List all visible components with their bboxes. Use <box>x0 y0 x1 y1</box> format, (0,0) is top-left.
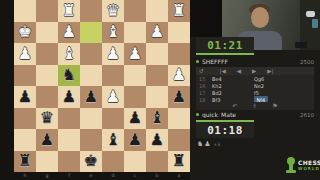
square-a2[interactable] <box>168 22 190 44</box>
square-h3[interactable]: ♟ <box>14 43 36 65</box>
square-g4[interactable] <box>36 65 58 87</box>
square-c1[interactable] <box>124 0 146 22</box>
white-piece: ♟ <box>62 24 76 40</box>
square-e7[interactable] <box>80 129 102 151</box>
chess-world-logo: CHESS WORLD <box>286 153 318 178</box>
file-label-b: b <box>146 172 168 180</box>
clock-bottom-time: 01:18 <box>207 124 243 137</box>
move-row-17: 17Bd2f5 <box>196 89 314 96</box>
white-move[interactable]: Kh2 <box>212 83 254 89</box>
square-f5[interactable]: ♟ <box>58 86 80 108</box>
white-piece: ♝ <box>62 46 76 62</box>
square-e6[interactable] <box>80 108 102 130</box>
clock-top-active-bar <box>196 53 254 55</box>
square-g3[interactable] <box>36 43 58 65</box>
square-g7[interactable]: ♟ <box>36 129 58 151</box>
logo-pawn-icon <box>286 157 296 175</box>
clock-top-time: 01:21 <box>207 39 243 52</box>
square-b4[interactable] <box>146 65 168 87</box>
square-a7[interactable] <box>168 129 190 151</box>
black-piece: ♟ <box>40 132 54 148</box>
right-panel: 01:21 SHEFFFF 2500 ↺|◀◀▶▶| 15Be4Qg616Kh2… <box>190 0 320 180</box>
captured-pieces: ♞♟+3 <box>197 140 220 148</box>
square-d1[interactable]: ♛ <box>102 0 124 22</box>
white-piece: ♜ <box>62 3 76 19</box>
flag-icon[interactable]: ⚑ <box>272 102 277 110</box>
square-c3[interactable]: ♟ <box>124 43 146 65</box>
black-piece: ♟ <box>172 89 186 105</box>
webcam-shelf-item <box>306 11 315 17</box>
left-margin <box>0 0 14 180</box>
player-name-top[interactable]: SHEFFFF <box>202 58 228 65</box>
black-piece: ♟ <box>128 132 142 148</box>
square-f2[interactable]: ♟ <box>58 22 80 44</box>
black-piece: ♟ <box>150 132 164 148</box>
square-d5[interactable]: ♟ <box>102 86 124 108</box>
takeback-icon[interactable]: ↶ <box>232 102 237 110</box>
white-piece: ♝ <box>106 24 120 40</box>
white-piece: ♚ <box>18 24 32 40</box>
square-e4[interactable] <box>80 65 102 87</box>
square-a4[interactable]: ♟ <box>168 65 190 87</box>
square-a8[interactable]: ♜ <box>168 151 190 173</box>
material-advantage: +3 <box>214 142 221 147</box>
black-move[interactable]: Qg6 <box>254 76 264 82</box>
square-b7[interactable]: ♟ <box>146 129 168 151</box>
move-row-15: 15Be4Qg6 <box>196 75 314 82</box>
chess-board[interactable]: ♜♛♜♚♟♝♟♟♝♟♟♞♟♟♟♟♟♟♛♟♝♟♝♟♟♜♚♜ <box>14 0 190 172</box>
white-piece: ♟ <box>150 24 164 40</box>
square-f8[interactable] <box>58 151 80 173</box>
captured-pawn-icon: ♟ <box>204 140 210 148</box>
last-move-icon[interactable]: ▶| <box>267 67 273 75</box>
square-b3[interactable] <box>146 43 168 65</box>
flip-board-icon[interactable]: ↺ <box>199 67 204 75</box>
webcam-overlay-badge <box>295 42 307 48</box>
square-b2[interactable]: ♟ <box>146 22 168 44</box>
square-g2[interactable] <box>36 22 58 44</box>
square-d4[interactable] <box>102 65 124 87</box>
square-h6[interactable] <box>14 108 36 130</box>
square-f4[interactable]: ♞ <box>58 65 80 87</box>
square-e5[interactable]: ♟ <box>80 86 102 108</box>
square-g6[interactable]: ♛ <box>36 108 58 130</box>
file-label-a: a <box>168 172 190 180</box>
square-d2[interactable]: ♝ <box>102 22 124 44</box>
next-move-icon[interactable]: ▶ <box>252 67 256 75</box>
square-f1[interactable]: ♜ <box>58 0 80 22</box>
square-h2[interactable]: ♚ <box>14 22 36 44</box>
square-h7[interactable] <box>14 129 36 151</box>
square-c5[interactable] <box>124 86 146 108</box>
square-f7[interactable] <box>58 129 80 151</box>
square-g1[interactable] <box>36 0 58 22</box>
black-piece: ♟ <box>128 110 142 126</box>
square-e3[interactable] <box>80 43 102 65</box>
square-f3[interactable]: ♝ <box>58 43 80 65</box>
white-piece: ♟ <box>106 46 120 62</box>
square-c7[interactable]: ♟ <box>124 129 146 151</box>
captured-knight-icon: ♞ <box>197 140 203 148</box>
square-h5[interactable]: ♟ <box>14 86 36 108</box>
black-move[interactable]: f5 <box>254 90 259 96</box>
square-e2[interactable] <box>80 22 102 44</box>
black-piece: ♟ <box>62 89 76 105</box>
square-g8[interactable] <box>36 151 58 173</box>
player-row-top: SHEFFFF 2500 <box>196 57 314 66</box>
file-label-h: h <box>14 172 36 180</box>
clock-top: 01:21 <box>196 37 254 53</box>
square-b8[interactable] <box>146 151 168 173</box>
black-piece: ♞ <box>62 67 76 83</box>
player-row-bottom: quick_Mate 2610 <box>196 110 314 119</box>
board-file-labels: hgfedcba <box>14 172 190 180</box>
stream-frame: ♜♛♜♚♟♝♟♟♝♟♟♞♟♟♟♟♟♟♛♟♝♟♝♟♟♜♚♜ hgfedcba 01… <box>0 0 320 180</box>
square-e8[interactable]: ♚ <box>80 151 102 173</box>
square-b1[interactable] <box>146 0 168 22</box>
square-b6[interactable]: ♝ <box>146 108 168 130</box>
player-rating-top: 2500 <box>300 59 314 65</box>
square-h1[interactable] <box>14 0 36 22</box>
black-move[interactable]: Ne2 <box>254 83 264 89</box>
move-list: 15Be4Qg616Kh2Ne217Bd2f518Bf3Nf4 <box>196 75 314 103</box>
webcam-shelf-item <box>312 19 318 28</box>
white-move[interactable]: Be4 <box>212 76 254 82</box>
white-move[interactable]: Bd2 <box>212 90 254 96</box>
square-a3[interactable] <box>168 43 190 65</box>
square-c6[interactable]: ♟ <box>124 108 146 130</box>
panel-top-spacer <box>190 0 222 37</box>
file-label-e: e <box>80 172 102 180</box>
square-c8[interactable] <box>124 151 146 173</box>
white-piece: ♟ <box>128 46 142 62</box>
prev-move-icon[interactable]: ◀ <box>237 67 241 75</box>
square-h8[interactable]: ♜ <box>14 151 36 173</box>
white-piece: ♟ <box>106 89 120 105</box>
clock-bottom: 01:18 <box>196 122 254 138</box>
black-piece: ♛ <box>40 110 54 126</box>
square-e1[interactable] <box>80 0 102 22</box>
square-a6[interactable] <box>168 108 190 130</box>
move-row-16: 16Kh2Ne2 <box>196 82 314 89</box>
thumbs-up-icon[interactable]: ✌ <box>252 102 257 110</box>
square-d3[interactable]: ♟ <box>102 43 124 65</box>
black-piece: ♝ <box>150 110 164 126</box>
game-action-bar: ↶✌⚑ <box>196 102 314 110</box>
square-g5[interactable] <box>36 86 58 108</box>
file-label-f: f <box>58 172 80 180</box>
white-piece: ♛ <box>106 3 120 19</box>
black-piece: ♝ <box>106 132 120 148</box>
file-label-c: c <box>124 172 146 180</box>
square-d7[interactable]: ♝ <box>102 129 124 151</box>
player-rating-bottom: 2610 <box>300 112 314 118</box>
move-number: 15 <box>196 76 212 82</box>
square-b5[interactable] <box>146 86 168 108</box>
online-dot <box>196 60 199 63</box>
player-name-bottom[interactable]: quick_Mate <box>202 111 236 118</box>
square-a1[interactable]: ♜ <box>168 0 190 22</box>
square-h4[interactable] <box>14 65 36 87</box>
square-d8[interactable] <box>102 151 124 173</box>
move-number: 16 <box>196 83 212 89</box>
white-piece: ♟ <box>18 46 32 62</box>
white-piece: ♜ <box>172 3 186 19</box>
move-number: 17 <box>196 90 212 96</box>
online-dot <box>196 113 199 116</box>
square-a5[interactable]: ♟ <box>168 86 190 108</box>
streamer-face <box>251 7 269 28</box>
black-piece: ♜ <box>172 153 186 169</box>
black-piece: ♚ <box>84 153 98 169</box>
square-d6[interactable] <box>102 108 124 130</box>
black-piece: ♜ <box>18 153 32 169</box>
black-piece: ♟ <box>84 89 98 105</box>
square-c4[interactable] <box>124 65 146 87</box>
square-f6[interactable] <box>58 108 80 130</box>
logo-text-world: WORLD <box>298 166 320 171</box>
file-label-g: g <box>36 172 58 180</box>
black-piece: ♟ <box>18 89 32 105</box>
file-label-d: d <box>102 172 124 180</box>
movelist-toolbar: ↺|◀◀▶▶| <box>196 67 314 75</box>
square-c2[interactable] <box>124 22 146 44</box>
first-move-icon[interactable]: |◀ <box>220 67 226 75</box>
white-piece: ♟ <box>172 67 186 83</box>
